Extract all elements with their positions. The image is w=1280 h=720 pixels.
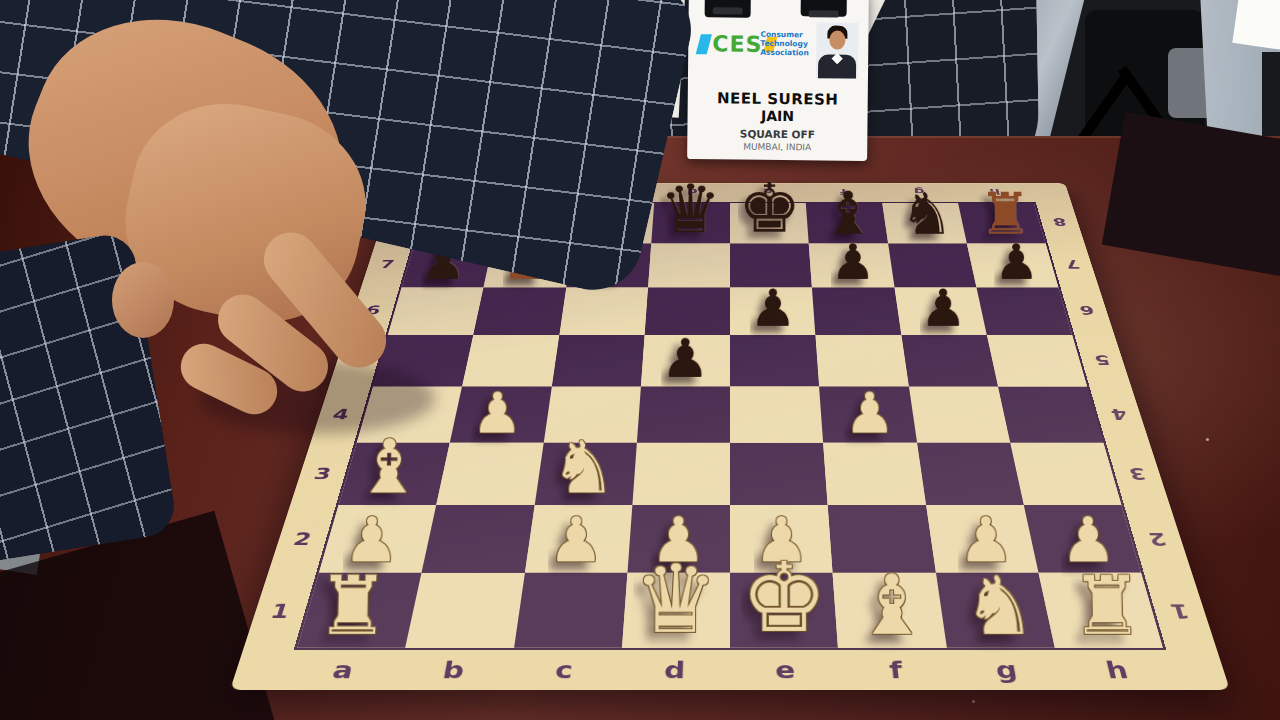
coord-label-f: f bbox=[839, 655, 953, 686]
square-d3[interactable] bbox=[632, 443, 730, 505]
square-f1[interactable]: ♝ bbox=[833, 573, 947, 648]
coord-label-e: e bbox=[730, 655, 842, 686]
square-e8[interactable]: ♚ bbox=[730, 203, 809, 244]
square-a1[interactable]: ♜ bbox=[297, 573, 422, 648]
piece-white-bishop-f1[interactable]: ♝ bbox=[854, 564, 930, 647]
square-c5[interactable] bbox=[551, 335, 644, 387]
square-f3[interactable] bbox=[823, 443, 925, 505]
square-c1[interactable] bbox=[514, 573, 628, 648]
square-c3[interactable]: ♞ bbox=[534, 443, 636, 505]
piece-black-pawn-g6[interactable]: ♟ bbox=[920, 283, 967, 334]
piece-black-pawn-b7[interactable]: ♟ bbox=[502, 238, 547, 287]
coord-label-g: g bbox=[949, 655, 1065, 686]
square-c6[interactable] bbox=[559, 287, 648, 334]
square-f5[interactable] bbox=[816, 335, 909, 387]
coord-label-c: c bbox=[507, 655, 621, 686]
headshot-face bbox=[829, 31, 845, 50]
square-a5[interactable] bbox=[373, 335, 473, 387]
binder-clip-icon bbox=[801, 0, 847, 17]
chess-board-wrap: ♜♞♝♛♚♝♞♜♟♟♟♟♟♟♟♟♟♟♝♞♟♟♟♟♟♟♜♛♚♝♞♜ abcdefg… bbox=[230, 183, 1230, 690]
square-b3[interactable] bbox=[437, 443, 544, 505]
coord-label-a: a bbox=[426, 186, 505, 198]
coord-label-b: b bbox=[502, 186, 580, 198]
piece-white-pawn-b4[interactable]: ♟ bbox=[471, 386, 523, 442]
scene: CES Consumer Technology Association NEEL… bbox=[0, 0, 1280, 720]
coord-label-a: a bbox=[283, 655, 401, 686]
conference-badge: CES Consumer Technology Association NEEL… bbox=[687, 0, 869, 161]
square-g8[interactable]: ♞ bbox=[882, 203, 967, 244]
piece-white-queen-d1[interactable]: ♛ bbox=[633, 552, 718, 646]
piece-black-pawn-f7[interactable]: ♟ bbox=[830, 238, 875, 287]
square-g4[interactable] bbox=[909, 386, 1011, 442]
coord-label-h: h bbox=[956, 186, 1035, 198]
square-h4[interactable] bbox=[998, 386, 1104, 442]
square-d4[interactable] bbox=[637, 386, 730, 442]
piece-white-knight-g1[interactable]: ♞ bbox=[963, 566, 1037, 647]
file-labels-top: abcdefgh bbox=[426, 186, 1035, 198]
square-e4[interactable] bbox=[730, 386, 823, 442]
square-h3[interactable] bbox=[1010, 443, 1121, 505]
square-e3[interactable] bbox=[730, 443, 828, 505]
square-d7[interactable] bbox=[648, 244, 730, 288]
coord-label-g: g bbox=[880, 186, 958, 198]
piece-white-pawn-c2[interactable]: ♟ bbox=[548, 509, 605, 571]
square-g3[interactable] bbox=[917, 443, 1024, 505]
piece-white-pawn-f4[interactable]: ♟ bbox=[844, 386, 895, 442]
coord-label-c: c bbox=[578, 186, 655, 198]
square-h5[interactable] bbox=[987, 335, 1087, 387]
ces-logo-shape-icon bbox=[696, 34, 712, 54]
piece-black-pawn-a7[interactable]: ♟ bbox=[420, 238, 466, 287]
square-a7[interactable]: ♟ bbox=[402, 244, 494, 288]
square-e1[interactable]: ♚ bbox=[730, 573, 838, 648]
square-h1[interactable]: ♜ bbox=[1038, 573, 1163, 648]
ces-logo-text: CES bbox=[712, 31, 762, 57]
square-d8[interactable]: ♛ bbox=[651, 203, 730, 244]
coord-label-f: f bbox=[805, 186, 882, 198]
square-b6[interactable] bbox=[473, 287, 565, 334]
square-e6[interactable]: ♟ bbox=[730, 287, 816, 334]
square-h6[interactable] bbox=[976, 287, 1072, 334]
piece-black-pawn-e6[interactable]: ♟ bbox=[749, 283, 796, 334]
square-a6[interactable] bbox=[388, 287, 484, 334]
badge-name: NEEL SURESH bbox=[688, 89, 868, 109]
coord-label-d: d bbox=[618, 655, 730, 686]
coord-label-e: e bbox=[730, 186, 806, 198]
square-g5[interactable] bbox=[901, 335, 998, 387]
square-h7[interactable]: ♟ bbox=[967, 244, 1059, 288]
cta-org-text: Consumer Technology Association bbox=[760, 30, 816, 58]
square-b5[interactable] bbox=[462, 335, 559, 387]
piece-white-rook-a1[interactable]: ♜ bbox=[315, 566, 390, 647]
file-labels-bottom: abcdefgh bbox=[283, 655, 1176, 686]
square-b2[interactable] bbox=[422, 505, 535, 573]
square-g6[interactable]: ♟ bbox=[894, 287, 986, 334]
chess-board: ♜♞♝♛♚♝♞♜♟♟♟♟♟♟♟♟♟♟♝♞♟♟♟♟♟♟♜♛♚♝♞♜ abcdefg… bbox=[230, 183, 1230, 690]
coord-label-h: h bbox=[1058, 655, 1176, 686]
square-c2[interactable]: ♟ bbox=[525, 505, 633, 573]
badge-company: SQUARE OFF bbox=[687, 127, 867, 141]
square-f7[interactable]: ♟ bbox=[809, 244, 894, 288]
piece-black-pawn-h7[interactable]: ♟ bbox=[994, 238, 1040, 287]
piece-white-king-e1[interactable]: ♚ bbox=[740, 550, 827, 646]
square-b7[interactable]: ♟ bbox=[484, 244, 572, 288]
square-c7[interactable]: ♟ bbox=[566, 244, 651, 288]
lanyard-strap bbox=[647, 0, 685, 118]
square-f4[interactable]: ♟ bbox=[819, 386, 916, 442]
piece-white-knight-c3[interactable]: ♞ bbox=[550, 431, 617, 504]
square-b4[interactable]: ♟ bbox=[450, 386, 552, 442]
square-f6[interactable] bbox=[812, 287, 901, 334]
square-e5[interactable] bbox=[730, 335, 819, 387]
square-a3[interactable]: ♝ bbox=[339, 443, 450, 505]
piece-white-bishop-a3[interactable]: ♝ bbox=[354, 429, 423, 503]
coord-label-d: d bbox=[654, 186, 730, 198]
piece-black-king-e8[interactable]: ♚ bbox=[738, 174, 802, 243]
coord-label-b: b bbox=[395, 655, 511, 686]
board-grid: ♜♞♝♛♚♝♞♜♟♟♟♟♟♟♟♟♟♟♝♞♟♟♟♟♟♟♜♛♚♝♞♜ bbox=[294, 202, 1167, 650]
piece-black-pawn-d5[interactable]: ♟ bbox=[661, 332, 710, 385]
badge-location: MUMBAI, INDIA bbox=[687, 141, 867, 153]
square-d1[interactable]: ♛ bbox=[622, 573, 730, 648]
square-b1[interactable] bbox=[405, 573, 524, 648]
piece-black-pawn-c7[interactable]: ♟ bbox=[584, 238, 629, 287]
badge-name-2: JAIN bbox=[687, 107, 867, 125]
badge-headshot bbox=[816, 22, 859, 78]
square-g1[interactable]: ♞ bbox=[935, 573, 1054, 648]
square-d5[interactable]: ♟ bbox=[641, 335, 730, 387]
piece-white-rook-h1[interactable]: ♜ bbox=[1070, 566, 1145, 647]
binder-clip-icon bbox=[705, 0, 751, 18]
